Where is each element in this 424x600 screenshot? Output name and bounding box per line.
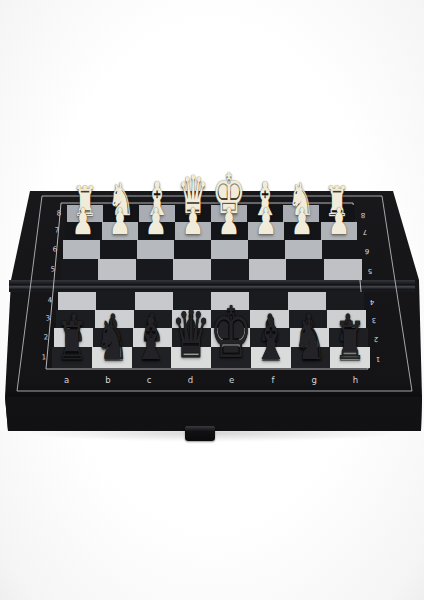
rank-coordinate-right: 2: [368, 328, 384, 347]
rank-coordinate-left: 2: [38, 328, 54, 347]
chess-board: 8♜♞♝♛♚♝♞♜87♟♟♟♟♟♟♟♟7665544332♟♟♟♟♟♟♟♟21♜…: [35, 205, 387, 392]
square-c5[interactable]: [136, 259, 174, 280]
square-f5[interactable]: [249, 259, 287, 280]
white-pawn-icon[interactable]: ♟: [182, 203, 204, 240]
square-a7[interactable]: ♟: [65, 222, 102, 240]
square-a6[interactable]: [63, 240, 100, 259]
file-label-g: g: [311, 376, 316, 385]
file-label-f: f: [271, 376, 274, 385]
square-g6[interactable]: [285, 240, 322, 259]
rank-label: 1: [376, 354, 380, 361]
square-c1[interactable]: ♝: [132, 347, 172, 368]
rank-coordinate-left: 8: [51, 205, 67, 222]
rank-label: 5: [367, 266, 371, 273]
black-knight-icon[interactable]: ♞: [293, 312, 327, 368]
square-a1[interactable]: ♜: [52, 347, 92, 368]
rank-coordinate-right: 4: [364, 292, 380, 310]
rank-label: 7: [363, 228, 367, 235]
black-queen-icon[interactable]: ♛: [171, 302, 211, 368]
black-bishop-icon[interactable]: ♝: [253, 309, 288, 368]
square-h5[interactable]: [324, 259, 362, 280]
square-a5[interactable]: [61, 259, 99, 280]
square-c6[interactable]: [137, 240, 174, 259]
rank-label: 3: [372, 316, 376, 323]
rank-row-8: 8♜♞♝♛♚♝♞♜8: [51, 205, 371, 222]
square-e6[interactable]: [211, 240, 248, 259]
black-king-icon[interactable]: ♚: [210, 297, 253, 368]
square-d5[interactable]: [173, 259, 211, 280]
rank-label: 2: [374, 334, 378, 341]
square-f7[interactable]: ♟: [248, 222, 285, 240]
square-c7[interactable]: ♟: [138, 222, 175, 240]
rank-label: 2: [44, 334, 49, 341]
rank-coordinate-left: 5: [45, 259, 61, 280]
rank-label: 8: [361, 210, 365, 217]
rank-label: 6: [53, 246, 58, 253]
black-rook-icon[interactable]: ♜: [334, 316, 366, 368]
white-pawn-icon[interactable]: ♟: [291, 203, 313, 240]
white-pawn-icon[interactable]: ♟: [145, 203, 167, 240]
rank-row-7: 7♟♟♟♟♟♟♟♟7: [49, 222, 373, 240]
rank-row-5: 55: [45, 259, 378, 280]
rank-label: 1: [42, 354, 47, 361]
rank-coordinate-right: 6: [359, 240, 375, 259]
rank-coordinate-left: 7: [49, 222, 65, 240]
rank-label: 7: [55, 227, 60, 234]
file-label-c: c: [147, 376, 152, 385]
square-d6[interactable]: [174, 240, 211, 259]
square-b5[interactable]: [98, 259, 136, 280]
rank-label: 4: [370, 298, 374, 305]
square-e1[interactable]: ♚: [211, 347, 251, 368]
white-pawn-icon[interactable]: ♟: [109, 203, 131, 240]
rank-coordinate-right: 8: [355, 205, 371, 222]
square-h7[interactable]: ♟: [321, 222, 358, 240]
square-b7[interactable]: ♟: [102, 222, 139, 240]
file-label-d: d: [188, 376, 193, 385]
white-pawn-icon[interactable]: ♟: [72, 203, 94, 240]
file-label-e: e: [229, 376, 234, 385]
white-pawn-icon[interactable]: ♟: [218, 203, 240, 240]
square-g7[interactable]: ♟: [284, 222, 321, 240]
rank-coordinate-right: 1: [370, 347, 386, 368]
rank-coordinate-left: 6: [47, 240, 63, 259]
rank-coordinate-left: 3: [40, 310, 56, 328]
rank-coordinate-right: 3: [366, 310, 382, 328]
rank-label: 5: [50, 266, 55, 273]
rank-label: 6: [365, 246, 369, 253]
white-pawn-icon[interactable]: ♟: [255, 203, 277, 240]
square-d7[interactable]: ♟: [175, 222, 212, 240]
file-label-h: h: [353, 376, 358, 385]
rank-label: 8: [57, 210, 62, 217]
rank-coordinate-left: 1: [36, 347, 52, 368]
black-rook-icon[interactable]: ♜: [56, 316, 88, 368]
square-h1[interactable]: ♜: [330, 347, 370, 368]
square-h6[interactable]: [322, 240, 359, 259]
rank-row-6: 66: [47, 240, 375, 259]
rank-label: 4: [48, 297, 53, 304]
rank-coordinate-right: 5: [362, 259, 378, 280]
product-photo-scene: 8♜♞♝♛♚♝♞♜87♟♟♟♟♟♟♟♟7665544332♟♟♟♟♟♟♟♟21♜…: [0, 0, 424, 600]
case-latch-clasp[interactable]: [185, 426, 215, 441]
black-knight-icon[interactable]: ♞: [95, 312, 129, 368]
square-d1[interactable]: ♛: [171, 347, 211, 368]
square-b6[interactable]: [100, 240, 137, 259]
square-g5[interactable]: [286, 259, 324, 280]
rank-row-1: 1♜♞♝♛♚♝♞♜1: [36, 347, 386, 368]
file-label-a: a: [64, 376, 69, 385]
square-f1[interactable]: ♝: [251, 347, 291, 368]
rank-label: 3: [46, 315, 51, 322]
square-g1[interactable]: ♞: [291, 347, 331, 368]
square-e5[interactable]: [211, 259, 249, 280]
rank-coordinate-right: 7: [357, 222, 373, 240]
square-f6[interactable]: [248, 240, 285, 259]
rank-coordinate-left: 4: [42, 292, 58, 310]
black-bishop-icon[interactable]: ♝: [134, 309, 169, 368]
file-label-b: b: [105, 376, 110, 385]
square-e7[interactable]: ♟: [211, 222, 248, 240]
white-pawn-icon[interactable]: ♟: [328, 203, 350, 240]
square-b1[interactable]: ♞: [92, 347, 132, 368]
